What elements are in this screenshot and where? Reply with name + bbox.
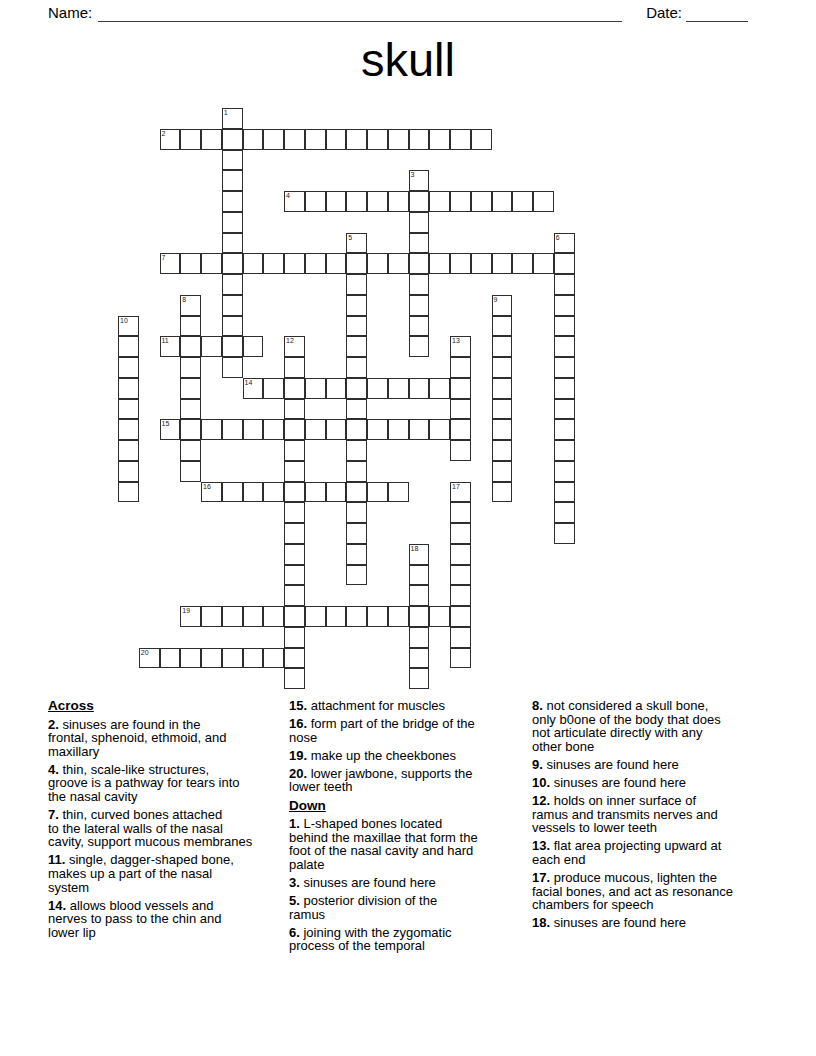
clue-text: thin, scale-like structures, groove is a… [48, 762, 240, 804]
clue-item-4: 4. thin, scale-like structures, groove i… [48, 763, 286, 804]
grid-cell-r13c9[interactable] [305, 378, 326, 399]
grid-cell-r13c0[interactable] [118, 378, 139, 399]
grid-cell-r4c12[interactable] [367, 191, 388, 212]
clue-list-header-down: Down [289, 799, 529, 813]
grid-cell-r1c8[interactable] [284, 129, 305, 150]
grid-cell-r12c21[interactable] [554, 357, 575, 378]
grid-cell-r26c4[interactable] [201, 648, 222, 669]
grid-cell-r4c19[interactable] [512, 191, 533, 212]
grid-cell-r1c14[interactable] [409, 129, 430, 150]
date-fill-line[interactable] [686, 6, 748, 22]
grid-cell-r1c2[interactable]: 2 [160, 129, 181, 150]
grid-cell-r15c0[interactable] [118, 419, 139, 440]
grid-cell-r26c5[interactable] [222, 648, 243, 669]
grid-cell-r12c8[interactable] [284, 357, 305, 378]
clue-item-12: 12. holds on inner surface of ramus and … [532, 794, 778, 835]
grid-cell-r16c3[interactable] [180, 440, 201, 461]
grid-cell-r18c7[interactable] [263, 482, 284, 503]
cell-number-8: 8 [182, 296, 186, 304]
grid-cell-r11c5[interactable] [222, 336, 243, 357]
grid-cell-r7c18[interactable] [492, 253, 513, 274]
grid-cell-r24c13[interactable] [388, 606, 409, 627]
grid-cell-r4c17[interactable] [471, 191, 492, 212]
clue-text: lower jawbone, supports the lower teeth [289, 766, 473, 795]
grid-cell-r4c5[interactable] [222, 191, 243, 212]
clue-number: 3. [289, 875, 303, 890]
grid-cell-r21c8[interactable] [284, 544, 305, 565]
grid-cell-r24c11[interactable] [346, 606, 367, 627]
grid-cell-r13c12[interactable] [367, 378, 388, 399]
grid-cell-r9c14[interactable] [409, 295, 430, 316]
grid-cell-r24c15[interactable] [429, 606, 450, 627]
grid-cell-r1c11[interactable] [346, 129, 367, 150]
grid-cell-r9c21[interactable] [554, 295, 575, 316]
cell-number-11: 11 [162, 337, 169, 345]
grid-cell-r19c8[interactable] [284, 502, 305, 523]
grid-cell-r15c11[interactable] [346, 419, 367, 440]
grid-cell-r1c13[interactable] [388, 129, 409, 150]
grid-cell-r11c11[interactable] [346, 336, 367, 357]
cell-number-15: 15 [162, 420, 170, 428]
grid-cell-r26c16[interactable] [450, 648, 471, 669]
cell-number-10: 10 [120, 317, 128, 325]
grid-cell-r18c16[interactable]: 17 [450, 482, 471, 503]
grid-cell-r19c21[interactable] [554, 502, 575, 523]
grid-cell-r20c21[interactable] [554, 523, 575, 544]
grid-cell-r2c5[interactable] [222, 150, 243, 171]
clue-text: joining with the zygomatic process of th… [289, 925, 452, 954]
grid-cell-r21c16[interactable] [450, 544, 471, 565]
grid-cell-r7c15[interactable] [429, 253, 450, 274]
grid-cell-r24c7[interactable] [263, 606, 284, 627]
cell-number-3: 3 [411, 171, 415, 179]
grid-cell-r16c16[interactable] [450, 440, 471, 461]
clue-text: thin, curved bones attached to the later… [48, 807, 252, 849]
clue-text: attachment for muscles [311, 698, 445, 713]
grid-cell-r13c16[interactable] [450, 378, 471, 399]
grid-cell-r9c5[interactable] [222, 295, 243, 316]
grid-cell-r25c14[interactable] [409, 627, 430, 648]
grid-cell-r1c6[interactable] [243, 129, 264, 150]
grid-cell-r4c16[interactable] [450, 191, 471, 212]
clue-number: 10. [532, 775, 554, 790]
grid-cell-r18c12[interactable] [367, 482, 388, 503]
grid-cell-r24c10[interactable] [326, 606, 347, 627]
clue-item-14: 14. allows blood vessels and nerves to p… [48, 899, 286, 940]
clue-item-7: 7. thin, curved bones attached to the la… [48, 808, 286, 849]
grid-cell-r11c21[interactable] [554, 336, 575, 357]
cell-number-16: 16 [203, 483, 211, 491]
clue-number: 9. [532, 757, 546, 772]
grid-cell-r20c8[interactable] [284, 523, 305, 544]
clue-list-header-across: Across [48, 699, 286, 713]
clue-text: sinuses are found in the frontal, spheno… [48, 717, 227, 759]
cell-number-13: 13 [452, 337, 460, 345]
grid-cell-r23c16[interactable] [450, 585, 471, 606]
crossword-grid: 1234567891011121314151617181920 [118, 108, 575, 689]
grid-cell-r26c3[interactable] [180, 648, 201, 669]
grid-cell-r24c3[interactable]: 19 [180, 606, 201, 627]
grid-cell-r18c9[interactable] [305, 482, 326, 503]
grid-cell-r14c16[interactable] [450, 399, 471, 420]
grid-cell-r19c11[interactable] [346, 502, 367, 523]
grid-cell-r26c8[interactable] [284, 648, 305, 669]
grid-cell-r13c15[interactable] [429, 378, 450, 399]
grid-cell-r14c3[interactable] [180, 399, 201, 420]
grid-cell-r20c16[interactable] [450, 523, 471, 544]
grid-cell-r8c5[interactable] [222, 274, 243, 295]
grid-cell-r13c6[interactable]: 14 [243, 378, 264, 399]
grid-cell-r18c8[interactable] [284, 482, 305, 503]
grid-cell-r18c11[interactable] [346, 482, 367, 503]
clue-item-10: 10. sinuses are found here [532, 776, 778, 790]
grid-cell-r17c8[interactable] [284, 461, 305, 482]
grid-cell-r11c3[interactable] [180, 336, 201, 357]
grid-cell-r7c19[interactable] [512, 253, 533, 274]
grid-cell-r9c11[interactable] [346, 295, 367, 316]
clue-item-13: 13. flat area projecting upward at each … [532, 839, 778, 866]
grid-cell-r1c16[interactable] [450, 129, 471, 150]
clue-text: sinuses are found here [546, 757, 678, 772]
grid-cell-r10c11[interactable] [346, 316, 367, 337]
grid-cell-r17c0[interactable] [118, 461, 139, 482]
grid-cell-r6c14[interactable] [409, 233, 430, 254]
grid-cell-r17c11[interactable] [346, 461, 367, 482]
grid-cell-r17c18[interactable] [492, 461, 513, 482]
cell-number-1: 1 [224, 109, 228, 117]
grid-cell-r15c8[interactable] [284, 419, 305, 440]
grid-cell-r7c3[interactable] [180, 253, 201, 274]
grid-cell-r11c18[interactable] [492, 336, 513, 357]
grid-cell-r10c5[interactable] [222, 316, 243, 337]
grid-cell-r22c8[interactable] [284, 565, 305, 586]
clue-text: posterior division of the ramus [289, 893, 437, 922]
grid-cell-r22c14[interactable] [409, 565, 430, 586]
grid-cell-r14c11[interactable] [346, 399, 367, 420]
grid-cell-r13c14[interactable] [409, 378, 430, 399]
clue-item-16: 16. form part of the bridge of the nose [289, 717, 529, 744]
grid-cell-r1c17[interactable] [471, 129, 492, 150]
clue-text: flat area projecting upward at each end [532, 838, 721, 867]
grid-cell-r11c2[interactable]: 11 [160, 336, 181, 357]
clue-item-8: 8. not considered a skull bone, only b0o… [532, 699, 778, 753]
clue-item-11: 11. single, dagger-shaped bone, makes up… [48, 853, 286, 894]
grid-cell-r7c17[interactable] [471, 253, 492, 274]
grid-cell-r12c5[interactable] [222, 357, 243, 378]
grid-cell-r5c14[interactable] [409, 212, 430, 233]
grid-cell-r13c10[interactable] [326, 378, 347, 399]
grid-cell-r16c18[interactable] [492, 440, 513, 461]
grid-cell-r4c11[interactable] [346, 191, 367, 212]
worksheet-header: Name: Date: [48, 4, 748, 22]
clue-item-15: 15. attachment for muscles [289, 699, 529, 713]
grid-cell-r24c6[interactable] [243, 606, 264, 627]
cell-number-18: 18 [411, 545, 419, 553]
clue-item-2: 2. sinuses are found in the frontal, sph… [48, 718, 286, 759]
grid-cell-r13c18[interactable] [492, 378, 513, 399]
clue-text: produce mucous, lighten the facial bones… [532, 870, 733, 912]
grid-cell-r13c21[interactable] [554, 378, 575, 399]
grid-cell-r15c18[interactable] [492, 419, 513, 440]
grid-cell-r4c20[interactable] [533, 191, 554, 212]
grid-cell-r26c6[interactable] [243, 648, 264, 669]
grid-cell-r25c16[interactable] [450, 627, 471, 648]
grid-cell-r24c14[interactable] [409, 606, 430, 627]
grid-cell-r8c14[interactable] [409, 274, 430, 295]
grid-cell-r7c8[interactable] [284, 253, 305, 274]
puzzle-title: skull [0, 32, 816, 88]
grid-cell-r24c16[interactable] [450, 606, 471, 627]
grid-cell-r7c6[interactable] [243, 253, 264, 274]
grid-cell-r18c18[interactable] [492, 482, 513, 503]
grid-cell-r15c12[interactable] [367, 419, 388, 440]
grid-cell-r16c11[interactable] [346, 440, 367, 461]
grid-cell-r15c6[interactable] [243, 419, 264, 440]
clue-item-17: 17. produce mucous, lighten the facial b… [532, 871, 778, 912]
date-label: Date: [646, 4, 682, 22]
grid-cell-r18c0[interactable] [118, 482, 139, 503]
grid-cell-r16c0[interactable] [118, 440, 139, 461]
clue-text: not considered a skull bone, only b0one … [532, 698, 721, 754]
grid-cell-r7c16[interactable] [450, 253, 471, 274]
grid-cell-r7c4[interactable] [201, 253, 222, 274]
grid-cell-r13c11[interactable] [346, 378, 367, 399]
grid-cell-r10c21[interactable] [554, 316, 575, 337]
clue-text: allows blood vessels and nerves to pass … [48, 898, 221, 940]
cell-number-14: 14 [245, 379, 253, 387]
grid-cell-r26c14[interactable] [409, 648, 430, 669]
grid-cell-r4c8[interactable]: 4 [284, 191, 305, 212]
grid-cell-r24c8[interactable] [284, 606, 305, 627]
clue-text: holds on inner surface of ramus and tran… [532, 793, 718, 835]
grid-cell-r24c9[interactable] [305, 606, 326, 627]
cell-number-9: 9 [494, 296, 498, 304]
grid-cell-r10c3[interactable] [180, 316, 201, 337]
clue-number: 18. [532, 915, 554, 930]
grid-cell-r1c5[interactable] [222, 129, 243, 150]
worksheet-page: { "game": "crossword", "title": "skull",… [0, 0, 816, 1056]
grid-cell-r15c3[interactable] [180, 419, 201, 440]
grid-cell-r7c13[interactable] [388, 253, 409, 274]
clue-text: form part of the bridge of the nose [289, 716, 475, 745]
grid-cell-r13c13[interactable] [388, 378, 409, 399]
grid-cell-r15c5[interactable] [222, 419, 243, 440]
cell-number-5: 5 [348, 234, 352, 242]
grid-cell-r10c18[interactable] [492, 316, 513, 337]
grid-cell-r16c8[interactable] [284, 440, 305, 461]
clue-text: single, dagger-shaped bone, makes up a p… [48, 852, 234, 894]
grid-cell-r1c10[interactable] [326, 129, 347, 150]
grid-cell-r25c8[interactable] [284, 627, 305, 648]
grid-cell-r18c6[interactable] [243, 482, 264, 503]
grid-cell-r7c12[interactable] [367, 253, 388, 274]
clue-item-9: 9. sinuses are found here [532, 758, 778, 772]
grid-cell-r6c5[interactable] [222, 233, 243, 254]
grid-cell-r7c11[interactable] [346, 253, 367, 274]
clue-text: sinuses are found here [303, 875, 435, 890]
grid-cell-r1c7[interactable] [263, 129, 284, 150]
grid-cell-r15c10[interactable] [326, 419, 347, 440]
grid-cell-r27c8[interactable] [284, 668, 305, 689]
cell-number-6: 6 [556, 234, 560, 242]
grid-cell-r7c2[interactable]: 7 [160, 253, 181, 274]
grid-cell-r3c14[interactable]: 3 [409, 170, 430, 191]
grid-cell-r4c18[interactable] [492, 191, 513, 212]
grid-cell-r26c2[interactable] [160, 648, 181, 669]
grid-cell-r7c21[interactable] [554, 253, 575, 274]
clue-column-1: Across2. sinuses are found in the fronta… [48, 699, 286, 944]
cell-number-4: 4 [286, 192, 290, 200]
grid-cell-r9c18[interactable]: 9 [492, 295, 513, 316]
clue-item-19: 19. make up the cheekbones [289, 749, 529, 763]
grid-cell-r6c21[interactable]: 6 [554, 233, 575, 254]
name-label: Name: [48, 4, 92, 22]
grid-cell-r15c14[interactable] [409, 419, 430, 440]
clue-column-2: 15. attachment for muscles16. form part … [289, 699, 529, 958]
cell-number-2: 2 [162, 130, 166, 138]
grid-cell-r20c11[interactable] [346, 523, 367, 544]
grid-cell-r10c14[interactable] [409, 316, 430, 337]
grid-cell-r14c21[interactable] [554, 399, 575, 420]
cell-number-17: 17 [452, 483, 460, 491]
clue-column-3: 8. not considered a skull bone, only b0o… [532, 699, 778, 934]
clue-item-5: 5. posterior division of the ramus [289, 894, 529, 921]
grid-cell-r23c8[interactable] [284, 585, 305, 606]
grid-cell-r7c5[interactable] [222, 253, 243, 274]
grid-cell-r15c15[interactable] [429, 419, 450, 440]
grid-cell-r14c0[interactable] [118, 399, 139, 420]
grid-cell-r15c2[interactable]: 15 [160, 419, 181, 440]
grid-cell-r4c15[interactable] [429, 191, 450, 212]
clue-item-3: 3. sinuses are found here [289, 876, 529, 890]
grid-cell-r1c4[interactable] [201, 129, 222, 150]
grid-cell-r13c8[interactable] [284, 378, 305, 399]
cell-number-20: 20 [141, 649, 149, 657]
grid-cell-r12c16[interactable] [450, 357, 471, 378]
grid-cell-r4c9[interactable] [305, 191, 326, 212]
clue-number: 19. [289, 748, 311, 763]
grid-cell-r1c3[interactable] [180, 129, 201, 150]
grid-cell-r24c5[interactable] [222, 606, 243, 627]
clue-text: L-shaped bones located behind the maxill… [289, 816, 478, 872]
cell-number-7: 7 [162, 254, 166, 262]
grid-cell-r12c11[interactable] [346, 357, 367, 378]
grid-cell-r4c14[interactable] [409, 191, 430, 212]
grid-cell-r15c13[interactable] [388, 419, 409, 440]
grid-cell-r24c4[interactable] [201, 606, 222, 627]
grid-cell-r7c10[interactable] [326, 253, 347, 274]
clue-text: make up the cheekbones [311, 748, 456, 763]
grid-cell-r4c10[interactable] [326, 191, 347, 212]
grid-cell-r12c0[interactable] [118, 357, 139, 378]
grid-cell-r17c21[interactable] [554, 461, 575, 482]
grid-cell-r24c12[interactable] [367, 606, 388, 627]
grid-cell-r18c10[interactable] [326, 482, 347, 503]
grid-cell-r0c5[interactable]: 1 [222, 108, 243, 129]
clue-number: 15. [289, 698, 311, 713]
grid-cell-r26c7[interactable] [263, 648, 284, 669]
grid-cell-r1c9[interactable] [305, 129, 326, 150]
grid-cell-r7c20[interactable] [533, 253, 554, 274]
grid-cell-r22c16[interactable] [450, 565, 471, 586]
grid-cell-r15c7[interactable] [263, 419, 284, 440]
grid-cell-r11c14[interactable] [409, 336, 430, 357]
grid-cell-r15c21[interactable] [554, 419, 575, 440]
grid-cell-r18c13[interactable] [388, 482, 409, 503]
grid-cell-r19c16[interactable] [450, 502, 471, 523]
grid-cell-r23c14[interactable] [409, 585, 430, 606]
grid-cell-r15c16[interactable] [450, 419, 471, 440]
cell-number-19: 19 [182, 607, 190, 615]
grid-cell-r14c8[interactable] [284, 399, 305, 420]
grid-cell-r11c4[interactable] [201, 336, 222, 357]
clue-item-18: 18. sinuses are found here [532, 916, 778, 930]
grid-cell-r11c16[interactable]: 13 [450, 336, 471, 357]
cell-number-12: 12 [286, 337, 294, 345]
grid-cell-r18c5[interactable] [222, 482, 243, 503]
grid-cell-r26c1[interactable]: 20 [139, 648, 160, 669]
grid-cell-r22c11[interactable] [346, 565, 367, 586]
clue-item-20: 20. lower jawbone, supports the lower te… [289, 767, 529, 794]
grid-cell-r27c14[interactable] [409, 668, 430, 689]
grid-cell-r3c5[interactable] [222, 170, 243, 191]
grid-cell-r18c21[interactable] [554, 482, 575, 503]
grid-cell-r12c18[interactable] [492, 357, 513, 378]
grid-cell-r8c11[interactable] [346, 274, 367, 295]
grid-cell-r7c9[interactable] [305, 253, 326, 274]
grid-cell-r1c12[interactable] [367, 129, 388, 150]
grid-cell-r21c14[interactable]: 18 [409, 544, 430, 565]
clue-text: sinuses are found here [554, 775, 686, 790]
grid-cell-r10c0[interactable]: 10 [118, 316, 139, 337]
grid-cell-r18c4[interactable]: 16 [201, 482, 222, 503]
grid-cell-r17c3[interactable] [180, 461, 201, 482]
grid-cell-r7c7[interactable] [263, 253, 284, 274]
clue-text: sinuses are found here [554, 915, 686, 930]
grid-cell-r12c3[interactable] [180, 357, 201, 378]
grid-cell-r7c14[interactable] [409, 253, 430, 274]
grid-cell-r9c3[interactable]: 8 [180, 295, 201, 316]
name-fill-line[interactable] [98, 6, 622, 22]
grid-cell-r16c21[interactable] [554, 440, 575, 461]
grid-cell-r8c21[interactable] [554, 274, 575, 295]
grid-cell-r15c4[interactable] [201, 419, 222, 440]
grid-cell-r4c13[interactable] [388, 191, 409, 212]
grid-cell-r13c7[interactable] [263, 378, 284, 399]
grid-cell-r15c9[interactable] [305, 419, 326, 440]
clue-item-1: 1. L-shaped bones located behind the max… [289, 817, 529, 871]
grid-cell-r14c18[interactable] [492, 399, 513, 420]
grid-cell-r5c5[interactable] [222, 212, 243, 233]
grid-cell-r13c3[interactable] [180, 378, 201, 399]
clue-item-6: 6. joining with the zygomatic process of… [289, 926, 529, 953]
grid-cell-r21c11[interactable] [346, 544, 367, 565]
grid-cell-r11c8[interactable]: 12 [284, 336, 305, 357]
grid-cell-r11c6[interactable] [243, 336, 264, 357]
grid-cell-r11c0[interactable] [118, 336, 139, 357]
grid-cell-r6c11[interactable]: 5 [346, 233, 367, 254]
grid-cell-r1c15[interactable] [429, 129, 450, 150]
